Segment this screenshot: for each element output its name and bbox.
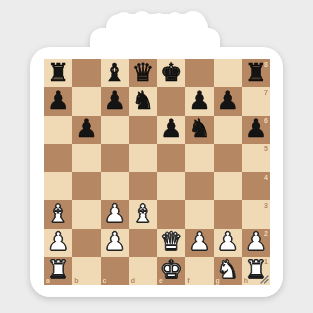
file-label-a: a — [46, 277, 50, 284]
square-a1: ♜a — [44, 257, 72, 285]
square-h2: ♟2 — [242, 229, 270, 257]
square-g7: ♟ — [214, 87, 242, 115]
white-pawn: ♟ — [216, 229, 238, 254]
sticker-contour-scallop — [132, 11, 152, 31]
white-pawn: ♟ — [188, 229, 210, 254]
square-b4 — [72, 172, 100, 200]
square-e6: ♟ — [157, 116, 185, 144]
black-queen: ♛ — [132, 60, 154, 85]
square-b5 — [72, 144, 100, 172]
rank-label-1: 1 — [264, 258, 268, 265]
square-g2: ♟ — [214, 229, 242, 257]
square-g8 — [214, 59, 242, 87]
square-e3 — [157, 200, 185, 228]
square-a8: ♜ — [44, 59, 72, 87]
black-knight: ♞ — [188, 116, 210, 141]
black-pawn: ♟ — [47, 88, 69, 113]
black-pawn: ♟ — [216, 88, 238, 113]
square-c4 — [101, 172, 129, 200]
square-d4 — [129, 172, 157, 200]
chess-board: ♜♝♛♚♜8♟♟♞♟♟7♟♟♞♟654♝♟♝3♟♟♛♟♟♟2♜abcd♚ef♞g… — [44, 59, 270, 285]
square-d7: ♞ — [129, 87, 157, 115]
square-g4 — [214, 172, 242, 200]
rank-label-5: 5 — [264, 145, 268, 152]
square-d3: ♝ — [129, 200, 157, 228]
square-c6 — [101, 116, 129, 144]
file-label-d: d — [131, 277, 135, 284]
square-h7: 7 — [242, 87, 270, 115]
square-f3 — [185, 200, 213, 228]
black-pawn: ♟ — [188, 88, 210, 113]
square-b1: b — [72, 257, 100, 285]
square-d1: d — [129, 257, 157, 285]
white-pawn: ♟ — [103, 201, 125, 226]
square-a4 — [44, 172, 72, 200]
square-c3: ♟ — [101, 200, 129, 228]
square-f4 — [185, 172, 213, 200]
square-c7: ♟ — [101, 87, 129, 115]
square-h8: ♜8 — [242, 59, 270, 87]
sticker-contour-scallop — [180, 11, 206, 37]
square-b7 — [72, 87, 100, 115]
square-f5 — [185, 144, 213, 172]
square-g3 — [214, 200, 242, 228]
square-g1: ♞g — [214, 257, 242, 285]
square-h5: 5 — [242, 144, 270, 172]
rank-label-2: 2 — [264, 230, 268, 237]
square-d6 — [129, 116, 157, 144]
sticker-product-scene: ♜♝♛♚♜8♟♟♞♟♟7♟♟♞♟654♝♟♝3♟♟♛♟♟♟2♜abcd♚ef♞g… — [0, 0, 313, 313]
square-e8: ♚ — [157, 59, 185, 87]
square-e2: ♛ — [157, 229, 185, 257]
black-pawn: ♟ — [160, 116, 182, 141]
file-label-g: g — [216, 277, 220, 284]
square-a2: ♟ — [44, 229, 72, 257]
square-c1: c — [101, 257, 129, 285]
white-bishop: ♝ — [132, 201, 154, 226]
square-g5 — [214, 144, 242, 172]
square-h4: 4 — [242, 172, 270, 200]
black-pawn: ♟ — [103, 88, 125, 113]
rank-label-7: 7 — [264, 89, 268, 96]
square-d8: ♛ — [129, 59, 157, 87]
rank-label-8: 8 — [264, 61, 268, 68]
square-f7: ♟ — [185, 87, 213, 115]
rank-label-3: 3 — [264, 202, 268, 209]
white-rook: ♜ — [47, 257, 69, 282]
white-pawn: ♟ — [103, 229, 125, 254]
white-queen: ♛ — [160, 229, 182, 254]
file-label-b: b — [74, 277, 78, 284]
black-bishop: ♝ — [103, 60, 125, 85]
file-label-c: c — [103, 277, 107, 284]
square-e1: ♚e — [157, 257, 185, 285]
die-cut-sticker: ♜♝♛♚♜8♟♟♞♟♟7♟♟♞♟654♝♟♝3♟♟♛♟♟♟2♜abcd♚ef♞g… — [0, 0, 313, 313]
square-b8 — [72, 59, 100, 87]
square-a6 — [44, 116, 72, 144]
square-e5 — [157, 144, 185, 172]
rank-label-6: 6 — [264, 117, 268, 124]
square-h6: ♟6 — [242, 116, 270, 144]
square-a5 — [44, 144, 72, 172]
square-f8 — [185, 59, 213, 87]
square-d5 — [129, 144, 157, 172]
sticker-contour-scallop — [114, 12, 134, 32]
square-f6: ♞ — [185, 116, 213, 144]
rank-label-4: 4 — [264, 174, 268, 181]
square-c2: ♟ — [101, 229, 129, 257]
square-g6 — [214, 116, 242, 144]
square-d2 — [129, 229, 157, 257]
white-bishop: ♝ — [47, 201, 69, 226]
square-b2 — [72, 229, 100, 257]
black-pawn: ♟ — [75, 116, 97, 141]
square-e4 — [157, 172, 185, 200]
square-f2: ♟ — [185, 229, 213, 257]
file-label-f: f — [187, 277, 189, 284]
square-h3: 3 — [242, 200, 270, 228]
square-a3: ♝ — [44, 200, 72, 228]
white-pawn: ♟ — [47, 229, 69, 254]
black-knight: ♞ — [132, 88, 154, 113]
square-e7 — [157, 87, 185, 115]
square-f1: f — [185, 257, 213, 285]
white-king: ♚ — [160, 257, 182, 282]
square-c8: ♝ — [101, 59, 129, 87]
file-label-e: e — [159, 277, 163, 284]
square-c5 — [101, 144, 129, 172]
file-label-h: h — [244, 277, 248, 284]
square-b6: ♟ — [72, 116, 100, 144]
square-b3 — [72, 200, 100, 228]
black-king: ♚ — [160, 60, 182, 85]
black-rook: ♜ — [47, 60, 69, 85]
square-a7: ♟ — [44, 87, 72, 115]
board-resize-handle-icon — [260, 275, 269, 284]
